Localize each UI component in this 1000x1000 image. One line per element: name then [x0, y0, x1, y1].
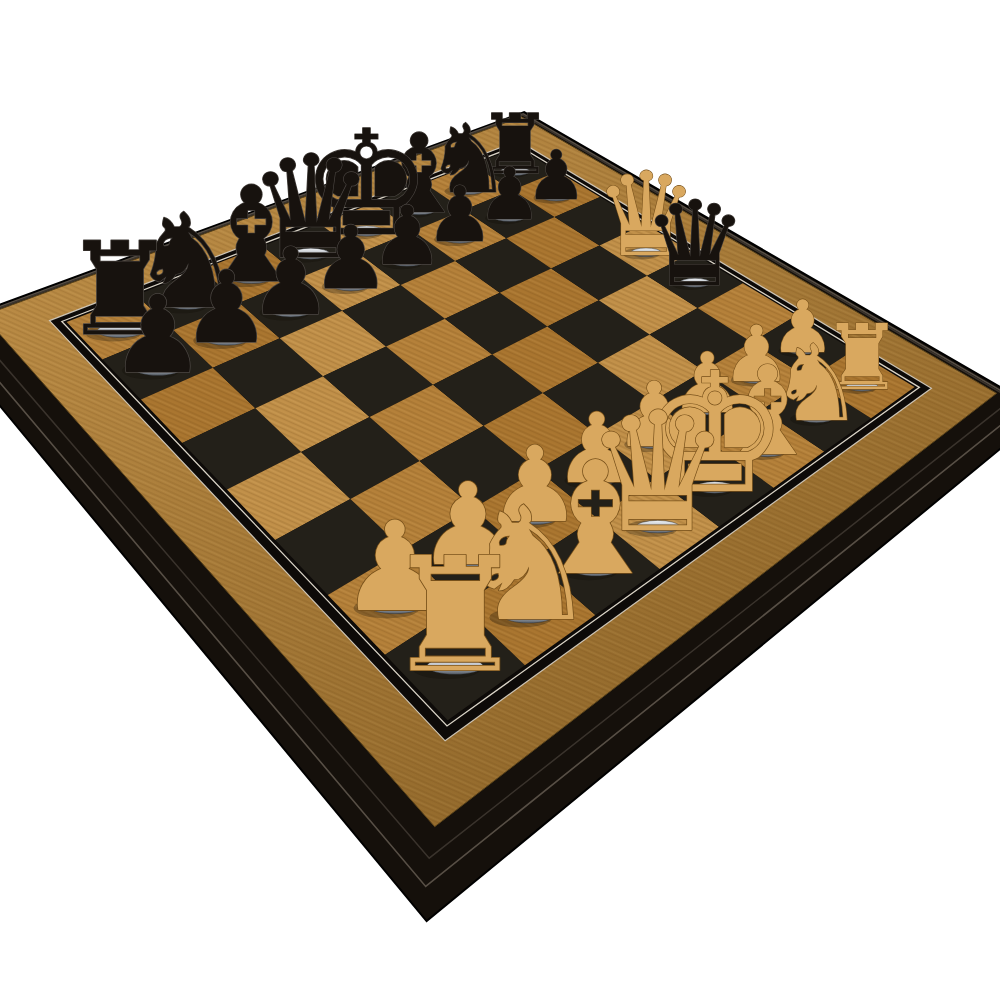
- white-rook-a1-glyph: ♜: [384, 523, 526, 707]
- white-rook-a1: ♜: [384, 523, 526, 707]
- chess-board: ♜♞♟♝♟♚♟♛♛♟♝♛♟♞♟♜♟♟♟♟♜♟♞♟♝♟♚♟♛♟♝♟♞♜: [0, 0, 1000, 1000]
- black-pawn-a7: ♟: [110, 272, 206, 397]
- black-pawn-a7-glyph: ♟: [110, 272, 206, 397]
- black-queen-h4: ♛: [642, 176, 747, 313]
- black-queen-h4-glyph: ♛: [642, 176, 747, 313]
- chessboard-product-photo: Staunton ebony and boxwood chessmen with…: [0, 0, 1000, 1000]
